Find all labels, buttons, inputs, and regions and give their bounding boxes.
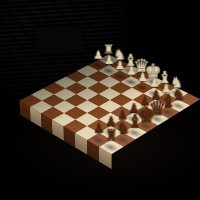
chess-scene: ♜♞♝♛♚♝♞♟♟♟♟♟♟♟♞♟♝♟♛♟♚♟♝♟♞♟♜	[0, 0, 200, 200]
chessboard: ♜♞♝♛♚♝♞♟♟♟♟♟♟♟♞♟♝♟♛♟♚♟♝♟♞♟♜	[19, 54, 200, 154]
square-c2[interactable]	[53, 100, 76, 113]
piece-black-rook-h1[interactable]: ♜	[98, 121, 124, 147]
square-d2[interactable]	[64, 107, 87, 120]
scene-3d: ♜♞♝♛♚♝♞♟♟♟♟♟♟♟♞♟♝♟♛♟♚♟♝♟♞♟♜	[0, 0, 200, 200]
square-d3[interactable]	[76, 100, 99, 113]
